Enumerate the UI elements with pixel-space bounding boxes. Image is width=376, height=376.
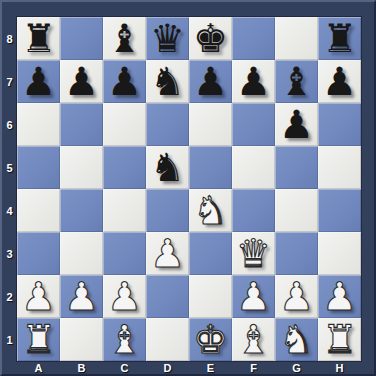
square-g2[interactable]: ♟ (275, 275, 318, 318)
square-f8[interactable] (232, 17, 275, 60)
square-d5[interactable]: ♞ (146, 146, 189, 189)
square-g1[interactable]: ♞ (275, 318, 318, 361)
file-label-d: D (146, 361, 189, 374)
square-c4[interactable] (103, 189, 146, 232)
black-pawn-f7[interactable]: ♟ (236, 62, 271, 101)
square-e3[interactable] (189, 232, 232, 275)
black-pawn-a7[interactable]: ♟ (21, 62, 56, 101)
square-a1[interactable]: ♜ (17, 318, 60, 361)
square-b2[interactable]: ♟ (60, 275, 103, 318)
square-b6[interactable] (60, 103, 103, 146)
rank-label-6: 6 (2, 103, 17, 146)
square-h6[interactable] (318, 103, 361, 146)
white-pawn-b2[interactable]: ♟ (64, 277, 99, 316)
square-e8[interactable]: ♚ (189, 17, 232, 60)
file-label-e: E (189, 361, 232, 374)
square-c7[interactable]: ♟ (103, 60, 146, 103)
white-pawn-c2[interactable]: ♟ (107, 277, 142, 316)
square-a4[interactable] (17, 189, 60, 232)
square-b7[interactable]: ♟ (60, 60, 103, 103)
black-knight-d5[interactable]: ♞ (150, 148, 185, 187)
white-pawn-h2[interactable]: ♟ (322, 277, 357, 316)
square-b1[interactable] (60, 318, 103, 361)
square-h1[interactable]: ♜ (318, 318, 361, 361)
file-label-c: C (103, 361, 146, 374)
square-d1[interactable] (146, 318, 189, 361)
square-d4[interactable] (146, 189, 189, 232)
white-knight-e4[interactable]: ♞ (193, 191, 228, 230)
square-h4[interactable] (318, 189, 361, 232)
square-h8[interactable]: ♜ (318, 17, 361, 60)
chess-board[interactable]: ♜♝♛♚♜♟♟♟♞♟♟♝♟♟♞♞♟♛♟♟♟♟♟♟♜♝♚♝♞♜ (17, 17, 361, 361)
file-label-a: A (17, 361, 60, 374)
square-e2[interactable] (189, 275, 232, 318)
square-g8[interactable] (275, 17, 318, 60)
square-b5[interactable] (60, 146, 103, 189)
file-labels: ABCDEFGH (17, 361, 361, 374)
square-a3[interactable] (17, 232, 60, 275)
black-pawn-g6[interactable]: ♟ (279, 105, 314, 144)
white-pawn-d3[interactable]: ♟ (150, 234, 185, 273)
square-f7[interactable]: ♟ (232, 60, 275, 103)
white-rook-a1[interactable]: ♜ (21, 320, 56, 359)
rank-labels: 87654321 (2, 17, 17, 361)
square-c8[interactable]: ♝ (103, 17, 146, 60)
black-bishop-g7[interactable]: ♝ (279, 62, 314, 101)
black-rook-a8[interactable]: ♜ (21, 19, 56, 58)
square-c6[interactable] (103, 103, 146, 146)
square-c2[interactable]: ♟ (103, 275, 146, 318)
square-d2[interactable] (146, 275, 189, 318)
square-f4[interactable] (232, 189, 275, 232)
chess-board-frame: 87654321 ♜♝♛♚♜♟♟♟♞♟♟♝♟♟♞♞♟♛♟♟♟♟♟♟♜♝♚♝♞♜ … (0, 0, 376, 376)
square-e5[interactable] (189, 146, 232, 189)
rank-label-4: 4 (2, 189, 17, 232)
square-h5[interactable] (318, 146, 361, 189)
rank-label-7: 7 (2, 60, 17, 103)
square-g7[interactable]: ♝ (275, 60, 318, 103)
black-pawn-e7[interactable]: ♟ (193, 62, 228, 101)
black-pawn-h7[interactable]: ♟ (322, 62, 357, 101)
white-knight-g1[interactable]: ♞ (279, 320, 314, 359)
square-f6[interactable] (232, 103, 275, 146)
white-pawn-g2[interactable]: ♟ (279, 277, 314, 316)
rank-label-1: 1 (2, 318, 17, 361)
white-queen-f3[interactable]: ♛ (236, 234, 271, 273)
square-d6[interactable] (146, 103, 189, 146)
square-a8[interactable]: ♜ (17, 17, 60, 60)
square-d8[interactable]: ♛ (146, 17, 189, 60)
square-e6[interactable] (189, 103, 232, 146)
white-bishop-f1[interactable]: ♝ (236, 320, 271, 359)
square-g6[interactable]: ♟ (275, 103, 318, 146)
square-a7[interactable]: ♟ (17, 60, 60, 103)
square-d3[interactable]: ♟ (146, 232, 189, 275)
black-rook-h8[interactable]: ♜ (322, 19, 357, 58)
square-c3[interactable] (103, 232, 146, 275)
black-queen-d8[interactable]: ♛ (150, 19, 185, 58)
square-c5[interactable] (103, 146, 146, 189)
black-knight-d7[interactable]: ♞ (150, 62, 185, 101)
file-label-g: G (275, 361, 318, 374)
file-label-h: H (318, 361, 361, 374)
square-f3[interactable]: ♛ (232, 232, 275, 275)
square-h7[interactable]: ♟ (318, 60, 361, 103)
square-e1[interactable]: ♚ (189, 318, 232, 361)
white-king-e1[interactable]: ♚ (193, 320, 228, 359)
rank-label-3: 3 (2, 232, 17, 275)
square-h3[interactable] (318, 232, 361, 275)
black-pawn-b7[interactable]: ♟ (64, 62, 99, 101)
file-label-f: F (232, 361, 275, 374)
rank-label-5: 5 (2, 146, 17, 189)
white-rook-h1[interactable]: ♜ (322, 320, 357, 359)
square-d7[interactable]: ♞ (146, 60, 189, 103)
white-pawn-a2[interactable]: ♟ (21, 277, 56, 316)
file-label-b: B (60, 361, 103, 374)
square-g3[interactable] (275, 232, 318, 275)
black-king-e8[interactable]: ♚ (193, 19, 228, 58)
white-pawn-f2[interactable]: ♟ (236, 277, 271, 316)
square-g4[interactable] (275, 189, 318, 232)
square-g5[interactable] (275, 146, 318, 189)
square-b3[interactable] (60, 232, 103, 275)
square-b4[interactable] (60, 189, 103, 232)
square-b8[interactable] (60, 17, 103, 60)
square-a5[interactable] (17, 146, 60, 189)
rank-label-8: 8 (2, 17, 17, 60)
square-a6[interactable] (17, 103, 60, 146)
black-bishop-c8[interactable]: ♝ (107, 19, 142, 58)
white-bishop-c1[interactable]: ♝ (107, 320, 142, 359)
square-e7[interactable]: ♟ (189, 60, 232, 103)
square-f1[interactable]: ♝ (232, 318, 275, 361)
square-f5[interactable] (232, 146, 275, 189)
square-h2[interactable]: ♟ (318, 275, 361, 318)
black-pawn-c7[interactable]: ♟ (107, 62, 142, 101)
square-a2[interactable]: ♟ (17, 275, 60, 318)
square-f2[interactable]: ♟ (232, 275, 275, 318)
square-e4[interactable]: ♞ (189, 189, 232, 232)
rank-label-2: 2 (2, 275, 17, 318)
square-c1[interactable]: ♝ (103, 318, 146, 361)
